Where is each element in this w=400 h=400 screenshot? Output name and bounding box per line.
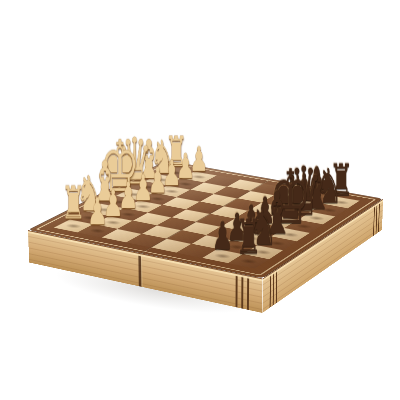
white-rook-glyph: ♜ — [61, 181, 86, 226]
chess-board: ♜♟♞♟♝♟♛♟♟♚♜♟♟♝♞♟♟♞♝♟♟♜♛♟♟♚♟♝♟♞♟♜ — [28, 161, 383, 279]
black-pawn-glyph: ♟ — [212, 217, 233, 255]
product-photo-scene: ♜♟♞♟♝♟♛♟♟♚♜♟♟♝♞♟♟♞♝♟♟♜♛♟♟♚♟♝♟♞♟♜ — [0, 0, 400, 400]
black-rook-glyph: ♜ — [236, 213, 262, 260]
white-pawn-glyph: ♟ — [87, 193, 108, 230]
